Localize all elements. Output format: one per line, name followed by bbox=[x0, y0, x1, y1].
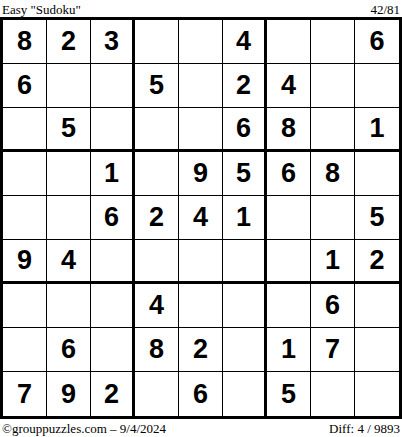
sudoku-cell-r5c8[interactable] bbox=[311, 196, 355, 240]
sudoku-cell-r2c6[interactable]: 2 bbox=[223, 64, 267, 108]
sudoku-cell-r7c1[interactable] bbox=[3, 284, 47, 328]
footer-bar: ©grouppuzzles.com – 9/4/2024 Diff: 4 / 9… bbox=[0, 419, 402, 437]
sudoku-cell-r6c8[interactable]: 1 bbox=[311, 240, 355, 284]
sudoku-cell-r9c8[interactable] bbox=[311, 372, 355, 416]
sudoku-cell-r4c3[interactable]: 1 bbox=[91, 152, 135, 196]
sudoku-cell-r9c6[interactable] bbox=[223, 372, 267, 416]
sudoku-cell-r9c1[interactable]: 7 bbox=[3, 372, 47, 416]
sudoku-cell-r2c8[interactable] bbox=[311, 64, 355, 108]
sudoku-cell-r6c3[interactable] bbox=[91, 240, 135, 284]
sudoku-cell-r8c6[interactable] bbox=[223, 328, 267, 372]
sudoku-cell-r5c7[interactable] bbox=[267, 196, 311, 240]
sudoku-cell-r8c5[interactable]: 2 bbox=[179, 328, 223, 372]
sudoku-cell-r6c6[interactable] bbox=[223, 240, 267, 284]
sudoku-cell-r3c2[interactable]: 5 bbox=[47, 108, 91, 152]
sudoku-cell-r8c1[interactable] bbox=[3, 328, 47, 372]
sudoku-cell-r9c3[interactable]: 2 bbox=[91, 372, 135, 416]
sudoku-cell-r6c1[interactable]: 9 bbox=[3, 240, 47, 284]
sudoku-cell-r7c6[interactable] bbox=[223, 284, 267, 328]
sudoku-cell-r1c4[interactable] bbox=[135, 20, 179, 64]
sudoku-cell-r8c2[interactable]: 6 bbox=[47, 328, 91, 372]
difficulty-text: Diff: 4 / 9893 bbox=[329, 421, 400, 437]
sudoku-cell-r2c3[interactable] bbox=[91, 64, 135, 108]
sudoku-cell-r7c3[interactable] bbox=[91, 284, 135, 328]
sudoku-cell-r1c5[interactable] bbox=[179, 20, 223, 64]
sudoku-cell-r4c2[interactable] bbox=[47, 152, 91, 196]
sudoku-cell-r3c1[interactable] bbox=[3, 108, 47, 152]
sudoku-cell-r3c9[interactable]: 1 bbox=[355, 108, 399, 152]
sudoku-cell-r7c9[interactable] bbox=[355, 284, 399, 328]
sudoku-cell-r1c8[interactable] bbox=[311, 20, 355, 64]
sudoku-cell-r6c2[interactable]: 4 bbox=[47, 240, 91, 284]
sudoku-cell-r1c7[interactable] bbox=[267, 20, 311, 64]
sudoku-board: 823466524568119568624159412466821779265 bbox=[0, 17, 402, 419]
sudoku-cell-r2c7[interactable]: 4 bbox=[267, 64, 311, 108]
sudoku-cell-r6c7[interactable] bbox=[267, 240, 311, 284]
sudoku-cell-r5c4[interactable]: 2 bbox=[135, 196, 179, 240]
sudoku-cell-r9c9[interactable] bbox=[355, 372, 399, 416]
sudoku-cell-r5c9[interactable]: 5 bbox=[355, 196, 399, 240]
sudoku-cell-r3c4[interactable] bbox=[135, 108, 179, 152]
sudoku-cell-r2c2[interactable] bbox=[47, 64, 91, 108]
sudoku-cell-r7c4[interactable]: 4 bbox=[135, 284, 179, 328]
page-title: Easy "Sudoku" bbox=[2, 2, 81, 17]
sudoku-cell-r2c5[interactable] bbox=[179, 64, 223, 108]
sudoku-cell-r5c6[interactable]: 1 bbox=[223, 196, 267, 240]
sudoku-cell-r2c9[interactable] bbox=[355, 64, 399, 108]
sudoku-cell-r3c5[interactable] bbox=[179, 108, 223, 152]
sudoku-cell-r8c9[interactable] bbox=[355, 328, 399, 372]
sudoku-cell-r4c5[interactable]: 9 bbox=[179, 152, 223, 196]
sudoku-cell-r8c3[interactable] bbox=[91, 328, 135, 372]
sudoku-cell-r1c3[interactable]: 3 bbox=[91, 20, 135, 64]
sudoku-cell-r9c5[interactable]: 6 bbox=[179, 372, 223, 416]
sudoku-cell-r1c6[interactable]: 4 bbox=[223, 20, 267, 64]
sudoku-cell-r8c7[interactable]: 1 bbox=[267, 328, 311, 372]
header-bar: Easy "Sudoku" 42/81 bbox=[0, 0, 402, 17]
puzzle-counter: 42/81 bbox=[370, 2, 400, 17]
sudoku-cell-r7c7[interactable] bbox=[267, 284, 311, 328]
sudoku-cell-r6c5[interactable] bbox=[179, 240, 223, 284]
sudoku-cell-r2c1[interactable]: 6 bbox=[3, 64, 47, 108]
sudoku-cell-r5c1[interactable] bbox=[3, 196, 47, 240]
sudoku-cell-r8c8[interactable]: 7 bbox=[311, 328, 355, 372]
sudoku-cell-r1c9[interactable]: 6 bbox=[355, 20, 399, 64]
sudoku-cell-r7c2[interactable] bbox=[47, 284, 91, 328]
sudoku-cell-r9c2[interactable]: 9 bbox=[47, 372, 91, 416]
sudoku-cell-r7c5[interactable] bbox=[179, 284, 223, 328]
sudoku-cell-r5c2[interactable] bbox=[47, 196, 91, 240]
sudoku-cell-r1c2[interactable]: 2 bbox=[47, 20, 91, 64]
sudoku-cell-r9c7[interactable]: 5 bbox=[267, 372, 311, 416]
sudoku-cell-r4c7[interactable]: 6 bbox=[267, 152, 311, 196]
sudoku-cell-r4c9[interactable] bbox=[355, 152, 399, 196]
sudoku-cell-r4c4[interactable] bbox=[135, 152, 179, 196]
sudoku-cell-r4c1[interactable] bbox=[3, 152, 47, 196]
sudoku-page: Easy "Sudoku" 42/81 82346652456811956862… bbox=[0, 0, 402, 437]
sudoku-cell-r3c3[interactable] bbox=[91, 108, 135, 152]
sudoku-cell-r1c1[interactable]: 8 bbox=[3, 20, 47, 64]
sudoku-cell-r4c8[interactable]: 8 bbox=[311, 152, 355, 196]
sudoku-cell-r5c3[interactable]: 6 bbox=[91, 196, 135, 240]
copyright-text: ©grouppuzzles.com – 9/4/2024 bbox=[2, 421, 166, 437]
sudoku-cell-r3c8[interactable] bbox=[311, 108, 355, 152]
sudoku-cell-r6c4[interactable] bbox=[135, 240, 179, 284]
sudoku-cell-r3c6[interactable]: 6 bbox=[223, 108, 267, 152]
sudoku-cell-r3c7[interactable]: 8 bbox=[267, 108, 311, 152]
sudoku-cell-r5c5[interactable]: 4 bbox=[179, 196, 223, 240]
sudoku-cell-r2c4[interactable]: 5 bbox=[135, 64, 179, 108]
sudoku-cell-r6c9[interactable]: 2 bbox=[355, 240, 399, 284]
sudoku-cell-r4c6[interactable]: 5 bbox=[223, 152, 267, 196]
sudoku-cell-r7c8[interactable]: 6 bbox=[311, 284, 355, 328]
sudoku-grid: 823466524568119568624159412466821779265 bbox=[3, 20, 399, 416]
sudoku-cell-r9c4[interactable] bbox=[135, 372, 179, 416]
sudoku-cell-r8c4[interactable]: 8 bbox=[135, 328, 179, 372]
